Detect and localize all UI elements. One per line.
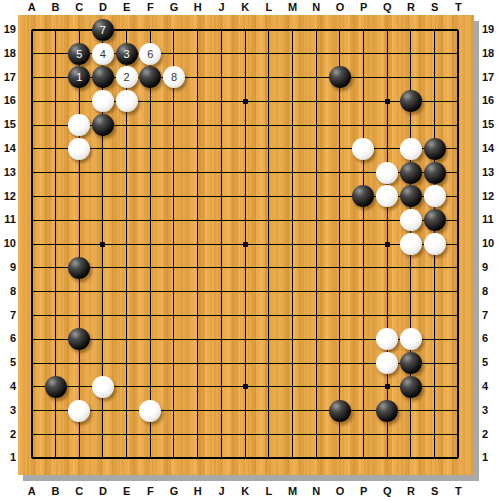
intersection[interactable] <box>186 18 210 42</box>
intersection[interactable] <box>115 280 139 304</box>
intersection[interactable] <box>20 399 44 423</box>
intersection[interactable] <box>423 89 447 113</box>
intersection[interactable] <box>399 208 423 232</box>
intersection[interactable] <box>115 185 139 209</box>
intersection[interactable] <box>91 185 115 209</box>
intersection[interactable] <box>257 399 281 423</box>
intersection[interactable] <box>186 399 210 423</box>
intersection[interactable] <box>399 113 423 137</box>
intersection[interactable] <box>257 18 281 42</box>
intersection[interactable] <box>115 89 139 113</box>
intersection[interactable] <box>91 161 115 185</box>
intersection[interactable] <box>328 66 352 90</box>
intersection[interactable] <box>352 446 376 470</box>
intersection[interactable] <box>138 208 162 232</box>
intersection[interactable] <box>399 66 423 90</box>
intersection[interactable] <box>328 185 352 209</box>
intersection[interactable] <box>304 113 328 137</box>
intersection[interactable] <box>375 399 399 423</box>
intersection[interactable] <box>233 304 257 328</box>
intersection[interactable] <box>352 185 376 209</box>
intersection[interactable] <box>328 280 352 304</box>
intersection[interactable] <box>162 399 186 423</box>
intersection[interactable] <box>328 375 352 399</box>
intersection[interactable] <box>281 304 305 328</box>
intersection[interactable] <box>233 161 257 185</box>
intersection[interactable] <box>446 280 470 304</box>
intersection[interactable]: 4 <box>91 42 115 66</box>
intersection[interactable] <box>446 185 470 209</box>
intersection[interactable] <box>115 351 139 375</box>
intersection[interactable] <box>67 208 91 232</box>
intersection[interactable] <box>423 304 447 328</box>
intersection[interactable] <box>352 280 376 304</box>
intersection[interactable] <box>446 137 470 161</box>
intersection[interactable] <box>304 66 328 90</box>
intersection[interactable] <box>91 137 115 161</box>
intersection[interactable]: 8 <box>162 66 186 90</box>
intersection[interactable] <box>210 89 234 113</box>
intersection[interactable] <box>423 232 447 256</box>
intersection[interactable] <box>210 304 234 328</box>
intersection[interactable] <box>91 375 115 399</box>
intersection[interactable] <box>115 423 139 447</box>
intersection[interactable] <box>233 446 257 470</box>
intersection[interactable] <box>44 304 68 328</box>
intersection[interactable] <box>20 375 44 399</box>
intersection[interactable] <box>210 208 234 232</box>
intersection[interactable]: 6 <box>138 42 162 66</box>
intersection[interactable] <box>138 256 162 280</box>
intersection[interactable] <box>162 208 186 232</box>
intersection[interactable] <box>328 18 352 42</box>
intersection[interactable] <box>423 185 447 209</box>
intersection[interactable] <box>186 137 210 161</box>
intersection[interactable] <box>210 351 234 375</box>
intersection[interactable] <box>375 66 399 90</box>
intersection[interactable] <box>375 185 399 209</box>
intersection[interactable] <box>91 280 115 304</box>
intersection[interactable] <box>375 42 399 66</box>
intersection[interactable] <box>352 423 376 447</box>
intersection[interactable] <box>257 113 281 137</box>
intersection[interactable] <box>115 446 139 470</box>
intersection[interactable] <box>44 280 68 304</box>
intersection[interactable] <box>257 66 281 90</box>
intersection[interactable] <box>352 208 376 232</box>
intersection[interactable] <box>115 208 139 232</box>
intersection[interactable] <box>423 113 447 137</box>
intersection[interactable] <box>423 256 447 280</box>
intersection[interactable] <box>399 137 423 161</box>
intersection[interactable] <box>233 42 257 66</box>
intersection[interactable] <box>446 18 470 42</box>
intersection[interactable] <box>257 446 281 470</box>
intersection[interactable] <box>281 327 305 351</box>
intersection[interactable] <box>328 351 352 375</box>
intersection[interactable] <box>138 185 162 209</box>
intersection[interactable] <box>233 351 257 375</box>
intersection[interactable] <box>186 280 210 304</box>
intersection[interactable] <box>399 280 423 304</box>
intersection[interactable] <box>115 232 139 256</box>
intersection[interactable] <box>186 161 210 185</box>
intersection[interactable] <box>20 256 44 280</box>
intersection[interactable] <box>210 18 234 42</box>
intersection[interactable] <box>328 232 352 256</box>
intersection[interactable]: 5 <box>67 42 91 66</box>
intersection[interactable] <box>44 327 68 351</box>
intersection[interactable] <box>233 66 257 90</box>
intersection[interactable] <box>115 399 139 423</box>
intersection[interactable] <box>44 256 68 280</box>
intersection[interactable] <box>281 375 305 399</box>
intersection[interactable] <box>138 375 162 399</box>
intersection[interactable] <box>257 375 281 399</box>
intersection[interactable] <box>44 42 68 66</box>
intersection[interactable] <box>67 113 91 137</box>
intersection[interactable] <box>352 89 376 113</box>
intersection[interactable] <box>20 446 44 470</box>
intersection[interactable] <box>186 327 210 351</box>
intersection[interactable] <box>115 113 139 137</box>
intersection[interactable] <box>375 208 399 232</box>
intersection[interactable] <box>186 185 210 209</box>
intersection[interactable] <box>115 304 139 328</box>
intersection[interactable] <box>162 327 186 351</box>
intersection[interactable] <box>210 327 234 351</box>
intersection[interactable] <box>328 423 352 447</box>
intersection[interactable] <box>20 185 44 209</box>
intersection[interactable] <box>423 208 447 232</box>
intersection[interactable] <box>138 351 162 375</box>
intersection[interactable] <box>67 137 91 161</box>
intersection[interactable] <box>304 256 328 280</box>
intersection[interactable] <box>162 185 186 209</box>
intersection[interactable] <box>233 208 257 232</box>
intersection[interactable] <box>328 327 352 351</box>
intersection[interactable] <box>257 327 281 351</box>
intersection[interactable] <box>281 280 305 304</box>
intersection[interactable] <box>162 42 186 66</box>
intersection[interactable] <box>138 137 162 161</box>
intersection[interactable] <box>257 256 281 280</box>
intersection[interactable] <box>44 375 68 399</box>
intersection[interactable] <box>257 208 281 232</box>
intersection[interactable] <box>67 399 91 423</box>
intersection[interactable] <box>281 66 305 90</box>
intersection[interactable] <box>352 161 376 185</box>
intersection[interactable] <box>91 89 115 113</box>
intersection[interactable] <box>162 280 186 304</box>
intersection[interactable] <box>44 137 68 161</box>
intersection[interactable] <box>446 446 470 470</box>
intersection[interactable] <box>352 304 376 328</box>
intersection[interactable] <box>67 351 91 375</box>
intersection[interactable] <box>210 42 234 66</box>
intersection[interactable] <box>304 161 328 185</box>
intersection[interactable] <box>423 351 447 375</box>
intersection[interactable] <box>44 399 68 423</box>
intersection[interactable] <box>375 232 399 256</box>
intersection[interactable] <box>304 446 328 470</box>
intersection[interactable] <box>67 232 91 256</box>
intersection[interactable] <box>423 66 447 90</box>
intersection[interactable] <box>233 18 257 42</box>
intersection[interactable] <box>138 280 162 304</box>
intersection[interactable] <box>446 161 470 185</box>
intersection[interactable] <box>352 66 376 90</box>
intersection[interactable]: 1 <box>67 66 91 90</box>
intersection[interactable] <box>281 208 305 232</box>
intersection[interactable] <box>446 399 470 423</box>
intersection[interactable] <box>304 137 328 161</box>
intersection[interactable] <box>44 208 68 232</box>
intersection[interactable] <box>399 423 423 447</box>
intersection[interactable] <box>257 423 281 447</box>
intersection[interactable] <box>44 18 68 42</box>
intersection[interactable] <box>352 327 376 351</box>
intersection[interactable] <box>304 232 328 256</box>
intersection[interactable] <box>446 89 470 113</box>
intersection[interactable] <box>20 137 44 161</box>
intersection[interactable] <box>375 375 399 399</box>
intersection[interactable] <box>375 423 399 447</box>
intersection[interactable] <box>233 399 257 423</box>
intersection[interactable] <box>210 399 234 423</box>
intersection[interactable] <box>281 137 305 161</box>
intersection[interactable] <box>423 137 447 161</box>
intersection[interactable] <box>210 161 234 185</box>
intersection[interactable] <box>281 256 305 280</box>
intersection[interactable] <box>304 351 328 375</box>
intersection[interactable]: 7 <box>91 18 115 42</box>
intersection[interactable] <box>423 18 447 42</box>
intersection[interactable] <box>91 399 115 423</box>
intersection[interactable] <box>91 327 115 351</box>
intersection[interactable] <box>115 137 139 161</box>
intersection[interactable] <box>304 280 328 304</box>
intersection[interactable] <box>233 137 257 161</box>
intersection[interactable] <box>44 66 68 90</box>
intersection[interactable] <box>67 18 91 42</box>
intersection[interactable] <box>446 66 470 90</box>
intersection[interactable] <box>67 446 91 470</box>
intersection[interactable] <box>399 89 423 113</box>
intersection[interactable] <box>399 232 423 256</box>
intersection[interactable] <box>67 280 91 304</box>
intersection[interactable] <box>44 89 68 113</box>
intersection[interactable] <box>399 351 423 375</box>
intersection[interactable] <box>91 232 115 256</box>
intersection[interactable] <box>44 161 68 185</box>
intersection[interactable] <box>115 327 139 351</box>
intersection[interactable] <box>304 185 328 209</box>
intersection[interactable] <box>162 304 186 328</box>
intersection[interactable] <box>281 113 305 137</box>
intersection[interactable] <box>281 399 305 423</box>
intersection[interactable] <box>446 351 470 375</box>
intersection[interactable] <box>423 280 447 304</box>
intersection[interactable] <box>186 208 210 232</box>
intersection[interactable] <box>67 423 91 447</box>
intersection[interactable] <box>375 18 399 42</box>
intersection[interactable] <box>281 232 305 256</box>
intersection[interactable]: 2 <box>115 66 139 90</box>
intersection[interactable] <box>446 423 470 447</box>
intersection[interactable] <box>423 375 447 399</box>
intersection[interactable] <box>186 446 210 470</box>
intersection[interactable] <box>162 89 186 113</box>
intersection[interactable] <box>162 137 186 161</box>
intersection[interactable] <box>210 375 234 399</box>
intersection[interactable] <box>138 232 162 256</box>
intersection[interactable] <box>44 232 68 256</box>
intersection[interactable] <box>162 18 186 42</box>
intersection[interactable] <box>328 42 352 66</box>
intersection[interactable] <box>186 66 210 90</box>
intersection[interactable] <box>257 185 281 209</box>
intersection[interactable] <box>257 89 281 113</box>
intersection[interactable] <box>304 42 328 66</box>
intersection[interactable] <box>446 304 470 328</box>
intersection[interactable] <box>138 327 162 351</box>
intersection[interactable] <box>281 423 305 447</box>
intersection[interactable] <box>257 137 281 161</box>
intersection[interactable] <box>162 161 186 185</box>
intersection[interactable] <box>328 399 352 423</box>
intersection[interactable] <box>304 208 328 232</box>
intersection[interactable] <box>138 161 162 185</box>
intersection[interactable] <box>257 161 281 185</box>
intersection[interactable] <box>210 66 234 90</box>
intersection[interactable] <box>210 113 234 137</box>
intersection[interactable] <box>67 256 91 280</box>
intersection[interactable] <box>162 423 186 447</box>
intersection[interactable] <box>304 399 328 423</box>
intersection[interactable] <box>281 161 305 185</box>
intersection[interactable] <box>138 18 162 42</box>
intersection[interactable] <box>352 113 376 137</box>
intersection[interactable] <box>20 66 44 90</box>
intersection[interactable] <box>20 18 44 42</box>
intersection[interactable] <box>352 137 376 161</box>
intersection[interactable] <box>328 89 352 113</box>
intersection[interactable] <box>210 446 234 470</box>
intersection[interactable] <box>233 113 257 137</box>
intersection[interactable] <box>446 113 470 137</box>
intersection[interactable] <box>281 446 305 470</box>
intersection[interactable] <box>281 351 305 375</box>
intersection[interactable] <box>257 42 281 66</box>
intersection[interactable] <box>375 89 399 113</box>
intersection[interactable] <box>328 161 352 185</box>
intersection[interactable] <box>210 423 234 447</box>
intersection[interactable] <box>20 304 44 328</box>
intersection[interactable] <box>375 256 399 280</box>
intersection[interactable] <box>328 256 352 280</box>
intersection[interactable] <box>20 327 44 351</box>
intersection[interactable] <box>20 42 44 66</box>
intersection[interactable] <box>162 375 186 399</box>
intersection[interactable] <box>67 161 91 185</box>
intersection[interactable] <box>399 327 423 351</box>
intersection[interactable] <box>423 42 447 66</box>
intersection[interactable] <box>446 232 470 256</box>
intersection[interactable] <box>304 18 328 42</box>
intersection[interactable] <box>91 446 115 470</box>
intersection[interactable] <box>91 351 115 375</box>
intersection[interactable] <box>20 423 44 447</box>
intersection[interactable] <box>352 351 376 375</box>
intersection[interactable] <box>352 42 376 66</box>
intersection[interactable] <box>186 113 210 137</box>
intersection[interactable] <box>352 232 376 256</box>
intersection[interactable] <box>423 423 447 447</box>
intersection[interactable] <box>162 113 186 137</box>
intersection[interactable] <box>44 185 68 209</box>
intersection[interactable] <box>328 446 352 470</box>
intersection[interactable] <box>91 304 115 328</box>
intersection[interactable] <box>446 42 470 66</box>
intersection[interactable] <box>446 208 470 232</box>
intersection[interactable] <box>20 161 44 185</box>
intersection[interactable] <box>20 351 44 375</box>
intersection[interactable] <box>304 327 328 351</box>
intersection[interactable] <box>138 399 162 423</box>
intersection[interactable] <box>423 161 447 185</box>
intersection[interactable] <box>67 185 91 209</box>
intersection[interactable] <box>67 375 91 399</box>
intersection[interactable] <box>186 351 210 375</box>
intersection[interactable] <box>375 137 399 161</box>
intersection[interactable] <box>233 280 257 304</box>
intersection[interactable] <box>281 185 305 209</box>
intersection[interactable] <box>138 304 162 328</box>
intersection[interactable] <box>91 208 115 232</box>
intersection[interactable] <box>446 256 470 280</box>
intersection[interactable] <box>115 18 139 42</box>
intersection[interactable] <box>399 18 423 42</box>
intersection[interactable] <box>446 327 470 351</box>
intersection[interactable] <box>257 304 281 328</box>
intersection[interactable] <box>423 399 447 423</box>
intersection[interactable] <box>44 423 68 447</box>
intersection[interactable] <box>162 351 186 375</box>
intersection[interactable] <box>375 161 399 185</box>
intersection[interactable] <box>233 232 257 256</box>
intersection[interactable] <box>162 256 186 280</box>
intersection[interactable] <box>138 66 162 90</box>
intersection[interactable] <box>352 18 376 42</box>
intersection[interactable] <box>20 89 44 113</box>
intersection[interactable] <box>67 304 91 328</box>
intersection[interactable] <box>162 446 186 470</box>
intersection[interactable] <box>162 232 186 256</box>
intersection[interactable] <box>375 351 399 375</box>
intersection[interactable] <box>399 42 423 66</box>
intersection[interactable] <box>304 89 328 113</box>
intersection[interactable] <box>399 399 423 423</box>
intersection[interactable] <box>186 304 210 328</box>
intersection[interactable] <box>304 375 328 399</box>
intersection[interactable] <box>328 208 352 232</box>
intersection[interactable] <box>375 327 399 351</box>
intersection[interactable] <box>328 304 352 328</box>
intersection[interactable] <box>281 18 305 42</box>
intersection[interactable] <box>20 113 44 137</box>
intersection[interactable] <box>186 256 210 280</box>
